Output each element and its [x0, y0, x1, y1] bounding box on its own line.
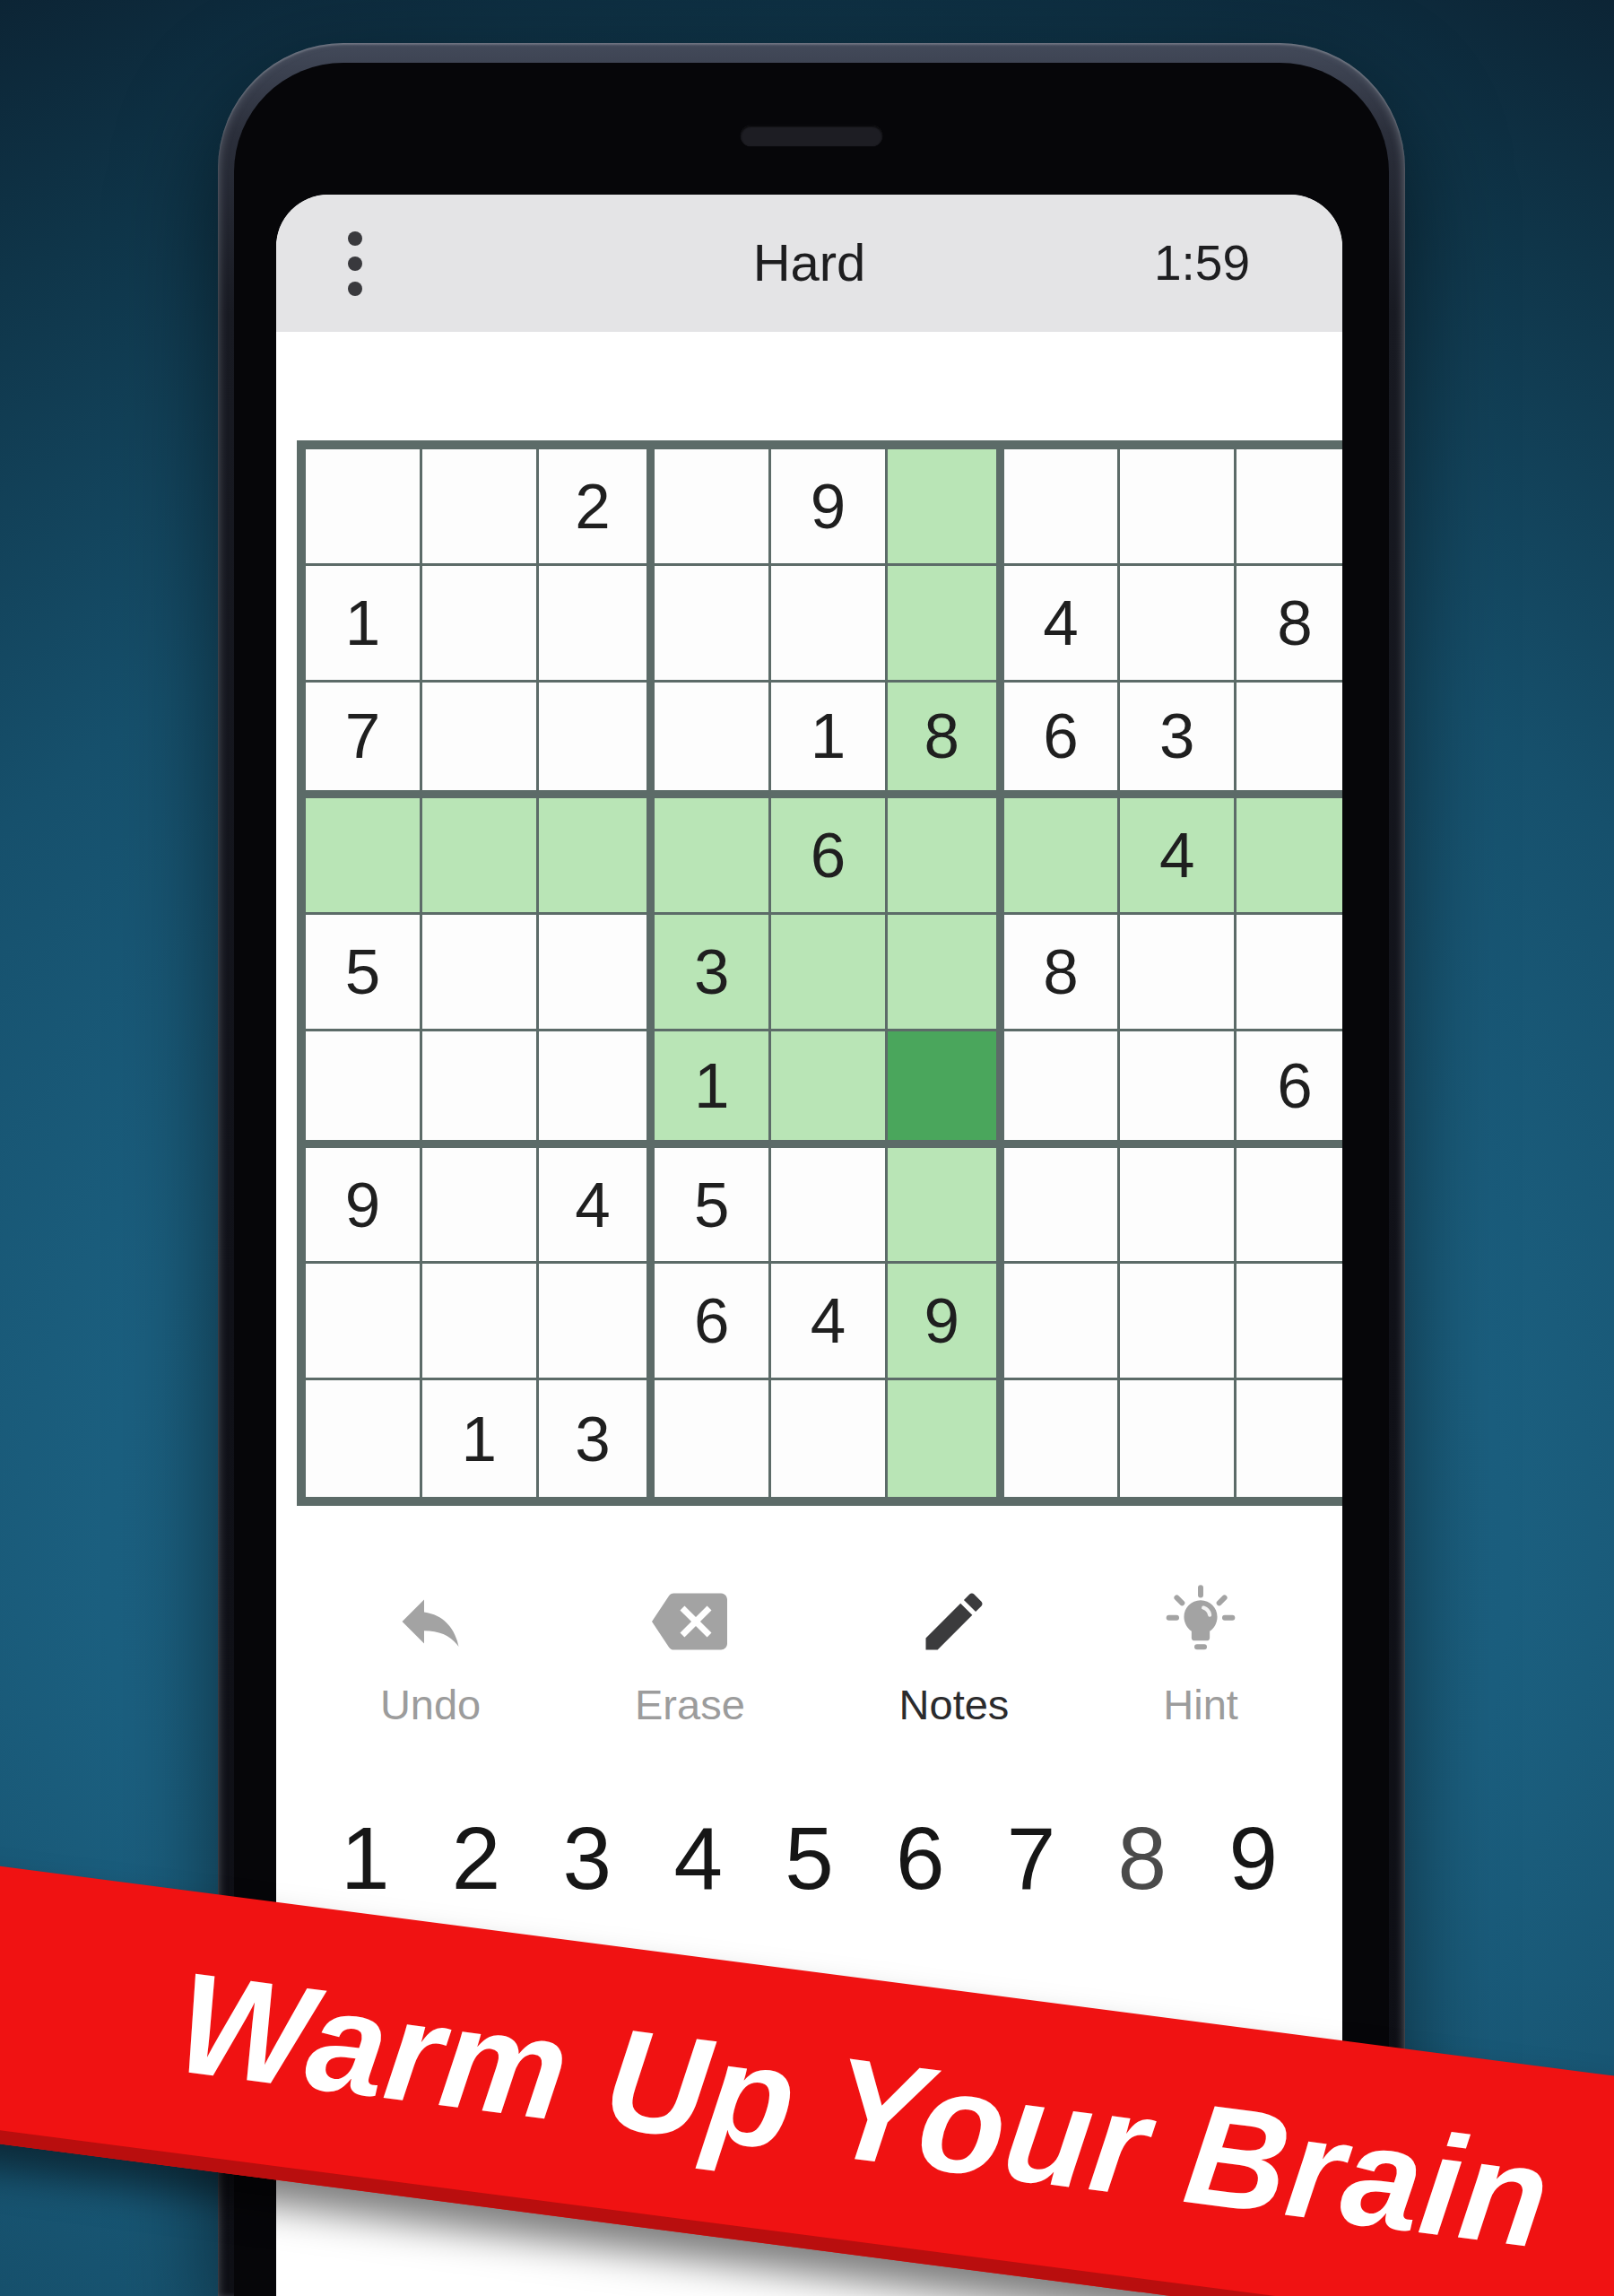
undo-label: Undo: [380, 1680, 481, 1729]
sudoku-cell-r2c8[interactable]: [1120, 566, 1237, 683]
sudoku-cell-r1c2[interactable]: [422, 449, 539, 566]
sudoku-cell-r2c2[interactable]: [422, 566, 539, 683]
sudoku-cell-r1c6[interactable]: [888, 449, 1004, 566]
undo-button[interactable]: Undo: [375, 1583, 486, 1730]
sudoku-cell-r9c2[interactable]: 1: [422, 1380, 539, 1497]
sudoku-cell-r9c4[interactable]: [655, 1380, 771, 1497]
sudoku-cell-r3c2[interactable]: [422, 683, 539, 799]
timer: 1:59: [1154, 233, 1250, 291]
sudoku-cell-r4c9[interactable]: [1237, 798, 1342, 915]
sudoku-cell-r2c5[interactable]: [771, 566, 888, 683]
erase-icon: [652, 1584, 727, 1662]
sudoku-cell-r8c4[interactable]: 6: [655, 1264, 771, 1380]
sudoku-cell-r9c6[interactable]: [888, 1380, 1004, 1497]
notes-label: Notes: [899, 1680, 1010, 1729]
sudoku-cell-r7c4[interactable]: 5: [655, 1148, 771, 1265]
notes-button[interactable]: Notes: [894, 1583, 1015, 1730]
sudoku-cell-r9c8[interactable]: [1120, 1380, 1237, 1497]
sudoku-cell-r7c9[interactable]: [1237, 1148, 1342, 1265]
erase-button[interactable]: Erase: [629, 1583, 751, 1730]
sudoku-cell-r6c2[interactable]: [422, 1031, 539, 1148]
sudoku-cell-r7c6[interactable]: [888, 1148, 1004, 1265]
sudoku-cell-r3c4[interactable]: [655, 683, 771, 799]
sudoku-cell-r4c5[interactable]: 6: [771, 798, 888, 915]
sudoku-cell-r8c6[interactable]: 9: [888, 1264, 1004, 1380]
sudoku-cell-r8c7[interactable]: [1004, 1264, 1121, 1380]
sudoku-cell-r4c2[interactable]: [422, 798, 539, 915]
hint-icon: [1163, 1584, 1238, 1662]
sudoku-cell-r5c2[interactable]: [422, 915, 539, 1031]
sudoku-cell-r3c5[interactable]: 1: [771, 683, 888, 799]
sudoku-cell-r5c5[interactable]: [771, 915, 888, 1031]
sudoku-cell-r1c3[interactable]: 2: [539, 449, 655, 566]
undo-icon: [393, 1584, 468, 1662]
sudoku-cell-r5c4[interactable]: 3: [655, 915, 771, 1031]
sudoku-cell-r1c4[interactable]: [655, 449, 771, 566]
sudoku-cell-r2c9[interactable]: 8: [1237, 566, 1342, 683]
sudoku-cell-r9c5[interactable]: [771, 1380, 888, 1497]
numpad-key-3[interactable]: 3: [558, 1813, 618, 1903]
sudoku-cell-r7c5[interactable]: [771, 1148, 888, 1265]
numpad-key-7[interactable]: 7: [1002, 1813, 1062, 1903]
sudoku-cell-r8c5[interactable]: 4: [771, 1264, 888, 1380]
sudoku-cell-r7c7[interactable]: [1004, 1148, 1121, 1265]
numpad-key-8[interactable]: 8: [1113, 1813, 1173, 1903]
numpad-key-4[interactable]: 4: [668, 1813, 728, 1903]
sudoku-cell-r9c1[interactable]: [306, 1380, 422, 1497]
sudoku-cell-r6c6[interactable]: [888, 1031, 1004, 1148]
sudoku-cell-r8c8[interactable]: [1120, 1264, 1237, 1380]
sudoku-cell-r2c1[interactable]: 1: [306, 566, 422, 683]
sudoku-cell-r3c6[interactable]: 8: [888, 683, 1004, 799]
sudoku-cell-r4c4[interactable]: [655, 798, 771, 915]
numpad-key-6[interactable]: 6: [890, 1813, 950, 1903]
sudoku-cell-r8c2[interactable]: [422, 1264, 539, 1380]
sudoku-cell-r6c7[interactable]: [1004, 1031, 1121, 1148]
sudoku-cell-r4c8[interactable]: 4: [1120, 798, 1237, 915]
sudoku-cell-r6c4[interactable]: 1: [655, 1031, 771, 1148]
sudoku-cell-r7c1[interactable]: 9: [306, 1148, 422, 1265]
sudoku-cell-r5c3[interactable]: [539, 915, 655, 1031]
sudoku-cell-r3c3[interactable]: [539, 683, 655, 799]
sudoku-cell-r9c3[interactable]: 3: [539, 1380, 655, 1497]
sudoku-cell-r4c7[interactable]: [1004, 798, 1121, 915]
sudoku-cell-r7c8[interactable]: [1120, 1148, 1237, 1265]
sudoku-cell-r2c3[interactable]: [539, 566, 655, 683]
app-header: Hard 1:59: [276, 195, 1342, 332]
numpad-key-9[interactable]: 9: [1223, 1813, 1283, 1903]
sudoku-cell-r5c7[interactable]: 8: [1004, 915, 1121, 1031]
sudoku-cell-r8c1[interactable]: [306, 1264, 422, 1380]
hint-button[interactable]: Hint: [1158, 1583, 1244, 1730]
sudoku-cell-r3c9[interactable]: [1237, 683, 1342, 799]
sudoku-cell-r5c1[interactable]: 5: [306, 915, 422, 1031]
sudoku-cell-r3c7[interactable]: 6: [1004, 683, 1121, 799]
sudoku-cell-r6c9[interactable]: 6: [1237, 1031, 1342, 1148]
sudoku-cell-r3c1[interactable]: 7: [306, 683, 422, 799]
sudoku-cell-r6c5[interactable]: [771, 1031, 888, 1148]
sudoku-cell-r1c7[interactable]: [1004, 449, 1121, 566]
sudoku-cell-r4c6[interactable]: [888, 798, 1004, 915]
notes-icon: [916, 1584, 992, 1662]
sudoku-cell-r8c3[interactable]: [539, 1264, 655, 1380]
phone-speaker: [741, 126, 882, 146]
erase-label: Erase: [635, 1680, 745, 1729]
sudoku-cell-r8c9[interactable]: [1237, 1264, 1342, 1380]
sudoku-cell-r9c7[interactable]: [1004, 1380, 1121, 1497]
sudoku-cell-r6c3[interactable]: [539, 1031, 655, 1148]
sudoku-cell-r5c6[interactable]: [888, 915, 1004, 1031]
sudoku-cell-r1c1[interactable]: [306, 449, 422, 566]
sudoku-cell-r5c9[interactable]: [1237, 915, 1342, 1031]
toolbar: Undo Erase Notes: [276, 1583, 1342, 1789]
sudoku-cell-r2c6[interactable]: [888, 566, 1004, 683]
sudoku-cell-r1c9[interactable]: [1237, 449, 1342, 566]
sudoku-cell-r3c8[interactable]: 3: [1120, 683, 1237, 799]
sudoku-cell-r7c2[interactable]: [422, 1148, 539, 1265]
sudoku-cell-r7c3[interactable]: 4: [539, 1148, 655, 1265]
numpad-key-1[interactable]: 1: [335, 1813, 395, 1903]
numpad: 123456789: [276, 1800, 1342, 1917]
sudoku-cell-r5c8[interactable]: [1120, 915, 1237, 1031]
hint-label: Hint: [1163, 1680, 1238, 1729]
sudoku-board: 2914871863645381694564913: [297, 440, 1342, 1506]
sudoku-cell-r1c5[interactable]: 9: [771, 449, 888, 566]
numpad-key-5[interactable]: 5: [779, 1813, 839, 1903]
sudoku-cell-r1c8[interactable]: [1120, 449, 1237, 566]
sudoku-cell-r2c4[interactable]: [655, 566, 771, 683]
sudoku-cell-r6c8[interactable]: [1120, 1031, 1237, 1148]
numpad-key-2[interactable]: 2: [447, 1813, 507, 1903]
sudoku-cell-r6c1[interactable]: [306, 1031, 422, 1148]
sudoku-cell-r4c3[interactable]: [539, 798, 655, 915]
sudoku-cell-r9c9[interactable]: [1237, 1380, 1342, 1497]
sudoku-cell-r2c7[interactable]: 4: [1004, 566, 1121, 683]
sudoku-cell-r4c1[interactable]: [306, 798, 422, 915]
